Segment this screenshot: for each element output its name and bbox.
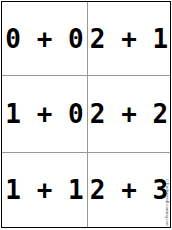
flashcard-r1c1: 0 + 0 [2,2,88,76]
flashcard-expression: 2 + 3 [90,177,168,203]
flashcard-r2c1: 1 + 0 [2,76,88,153]
flashcard-expression: 1 + 1 [5,177,83,203]
flashcard-r1c2: 2 + 1 [88,2,170,76]
flashcard-r3c1: 1 + 1 [2,153,88,227]
flashcard-sheet: 0 + 0 2 + 1 1 + 0 2 + 2 1 + 1 2 + 3 ©Enc… [1,1,171,228]
flashcard-grid: 0 + 0 2 + 1 1 + 0 2 + 2 1 + 1 2 + 3 [2,2,170,227]
flashcard-expression: 2 + 2 [90,101,168,127]
flashcard-expression: 0 + 0 [5,26,83,52]
flashcard-r3c2: 2 + 3 [88,153,170,227]
flashcard-expression: 1 + 0 [5,101,83,127]
flashcard-r2c2: 2 + 2 [88,76,170,153]
watermark-vertical-text: ©EnchantedLearning.com [165,178,169,226]
flashcard-expression: 2 + 1 [90,26,168,52]
